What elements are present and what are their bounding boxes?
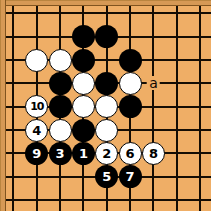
intersection: [118, 188, 141, 211]
intersection: [95, 188, 118, 211]
intersection: [25, 188, 48, 211]
intersection: [188, 72, 211, 95]
intersection: [25, 48, 48, 71]
intersection: 10: [25, 95, 48, 118]
intersection: [72, 118, 95, 141]
intersection: [72, 188, 95, 211]
point-label-a: a: [147, 76, 160, 90]
intersection: [48, 95, 71, 118]
intersection: [72, 95, 95, 118]
intersection: [188, 95, 211, 118]
black-stone: [119, 49, 142, 72]
black-stone-move-7: 7: [119, 165, 142, 188]
intersection: [118, 25, 141, 48]
intersection: [72, 165, 95, 188]
intersection: [188, 188, 211, 211]
black-stone: [95, 72, 118, 95]
intersection: [165, 165, 188, 188]
black-stone: [49, 72, 72, 95]
intersection: [48, 72, 71, 95]
intersection: [165, 72, 188, 95]
white-stone-move-6: 6: [119, 142, 142, 165]
intersection: [72, 25, 95, 48]
intersection: [118, 95, 141, 118]
intersection: [165, 142, 188, 165]
white-stone: [49, 49, 72, 72]
intersection: [48, 188, 71, 211]
intersection: 2: [95, 142, 118, 165]
intersection: [95, 118, 118, 141]
white-stone: [25, 49, 48, 72]
black-stone-move-9: 9: [25, 142, 48, 165]
white-stone: [95, 119, 118, 142]
white-stone: [72, 95, 95, 118]
board-edge-left: [0, 0, 6, 211]
black-stone: [95, 25, 118, 48]
intersection: [142, 25, 165, 48]
black-stone: [72, 119, 95, 142]
intersection: 3: [48, 142, 71, 165]
intersection: 6: [118, 142, 141, 165]
intersection: [165, 48, 188, 71]
intersection: [72, 72, 95, 95]
intersection: 4: [25, 118, 48, 141]
intersection: a: [142, 72, 165, 95]
intersection: [48, 165, 71, 188]
intersection: 5: [95, 165, 118, 188]
black-stone-move-3: 3: [49, 142, 72, 165]
black-stone: [72, 25, 95, 48]
intersection: [165, 25, 188, 48]
intersection: [95, 72, 118, 95]
intersection: [95, 48, 118, 71]
intersection: 7: [118, 165, 141, 188]
intersection: [142, 48, 165, 71]
intersection: 8: [142, 142, 165, 165]
intersection: [72, 48, 95, 71]
white-stone-move-2: 2: [95, 142, 118, 165]
intersection: [142, 95, 165, 118]
board-edge-top: [0, 0, 211, 6]
black-stone: [119, 95, 142, 118]
intersection: [188, 142, 211, 165]
intersection: [118, 72, 141, 95]
go-grid: a10493126857: [2, 2, 211, 211]
intersection: [142, 118, 165, 141]
intersection: [48, 118, 71, 141]
intersection: [188, 118, 211, 141]
black-stone: [49, 95, 72, 118]
intersection: [188, 165, 211, 188]
intersection: 9: [25, 142, 48, 165]
intersection: [95, 25, 118, 48]
intersection: [95, 95, 118, 118]
white-stone-move-8: 8: [142, 142, 165, 165]
white-stone-move-10: 10: [25, 95, 48, 118]
intersection: [25, 165, 48, 188]
intersection: [188, 48, 211, 71]
intersection: 1: [72, 142, 95, 165]
intersection: [165, 95, 188, 118]
intersection: [25, 72, 48, 95]
white-stone: [119, 72, 142, 95]
white-stone: [95, 95, 118, 118]
white-stone-move-4: 4: [25, 119, 48, 142]
intersection: [165, 118, 188, 141]
black-stone-move-5: 5: [95, 165, 118, 188]
black-stone-move-1: 1: [72, 142, 95, 165]
intersection: [48, 48, 71, 71]
intersection: [25, 25, 48, 48]
intersection: [142, 165, 165, 188]
white-stone: [72, 72, 95, 95]
intersection: [118, 48, 141, 71]
intersection: [188, 25, 211, 48]
go-board: a10493126857: [0, 0, 211, 211]
intersection: [118, 118, 141, 141]
white-stone: [49, 119, 72, 142]
intersection: [142, 188, 165, 211]
intersection: [165, 188, 188, 211]
intersection: [48, 25, 71, 48]
black-stone: [72, 49, 95, 72]
